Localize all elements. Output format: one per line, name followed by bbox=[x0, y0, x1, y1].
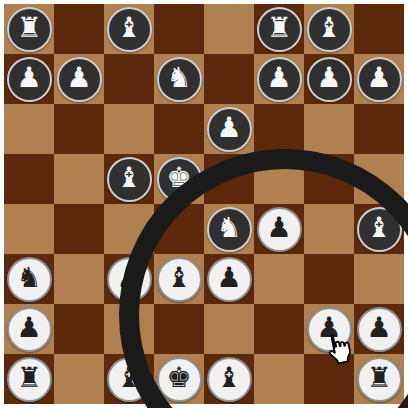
square-f8[interactable]: ♜ bbox=[254, 4, 304, 54]
piece-glyph: ♝ bbox=[116, 164, 141, 192]
piece-white-pawn-h2[interactable]: ♟ bbox=[357, 307, 402, 352]
piece-glyph: ♝ bbox=[166, 264, 191, 292]
piece-black-king-d5[interactable]: ♚ bbox=[157, 157, 202, 202]
piece-glyph: ♜ bbox=[16, 14, 41, 42]
piece-white-pawn-e3[interactable]: ♟ bbox=[207, 257, 252, 302]
piece-glyph: ♟ bbox=[366, 314, 391, 342]
square-d2[interactable] bbox=[154, 304, 204, 354]
square-e8[interactable] bbox=[204, 4, 254, 54]
piece-glyph: ♟ bbox=[16, 64, 41, 92]
piece-glyph: ♞ bbox=[16, 264, 41, 292]
square-f7[interactable]: ♟ bbox=[254, 54, 304, 104]
piece-black-pawn-g7[interactable]: ♟ bbox=[307, 57, 352, 102]
piece-black-rook-a8[interactable]: ♜ bbox=[7, 7, 52, 52]
square-e4[interactable]: ♞ bbox=[204, 204, 254, 254]
piece-white-king-d1[interactable]: ♚ bbox=[157, 357, 202, 402]
square-g3[interactable] bbox=[304, 254, 354, 304]
square-a5[interactable] bbox=[4, 154, 54, 204]
piece-glyph: ♟ bbox=[66, 64, 91, 92]
piece-glyph: ♜ bbox=[16, 364, 41, 392]
piece-glyph: ♞ bbox=[216, 214, 241, 242]
piece-glyph: ♚ bbox=[166, 164, 191, 192]
piece-black-knight-d7[interactable]: ♞ bbox=[157, 57, 202, 102]
square-c8[interactable]: ♝ bbox=[104, 4, 154, 54]
square-a6[interactable] bbox=[4, 104, 54, 154]
piece-glyph: ♞ bbox=[166, 64, 191, 92]
square-b8[interactable] bbox=[54, 4, 104, 54]
piece-black-bishop-c5[interactable]: ♝ bbox=[107, 157, 152, 202]
square-f3[interactable] bbox=[254, 254, 304, 304]
square-a1[interactable]: ♜ bbox=[4, 354, 54, 404]
square-d8[interactable] bbox=[154, 4, 204, 54]
square-b6[interactable] bbox=[54, 104, 104, 154]
square-f2[interactable] bbox=[254, 304, 304, 354]
square-e6[interactable]: ♟ bbox=[204, 104, 254, 154]
piece-black-pawn-b7[interactable]: ♟ bbox=[57, 57, 102, 102]
piece-black-rook-f8[interactable]: ♜ bbox=[257, 7, 302, 52]
square-g5[interactable] bbox=[304, 154, 354, 204]
square-c4[interactable] bbox=[104, 204, 154, 254]
piece-glyph: ♟ bbox=[266, 214, 291, 242]
hand-cursor-icon bbox=[320, 333, 353, 365]
square-f1[interactable] bbox=[254, 354, 304, 404]
square-h5[interactable] bbox=[354, 154, 404, 204]
square-f6[interactable] bbox=[254, 104, 304, 154]
square-d3[interactable]: ♝ bbox=[154, 254, 204, 304]
square-g7[interactable]: ♟ bbox=[304, 54, 354, 104]
square-a7[interactable]: ♟ bbox=[4, 54, 54, 104]
piece-white-rook-a1[interactable]: ♜ bbox=[7, 357, 52, 402]
piece-glyph: ♝ bbox=[116, 14, 141, 42]
piece-glyph: ♜ bbox=[266, 14, 291, 42]
piece-glyph: ♟ bbox=[216, 264, 241, 292]
square-g6[interactable] bbox=[304, 104, 354, 154]
square-g8[interactable]: ♝ bbox=[304, 4, 354, 54]
piece-glyph: ♟ bbox=[266, 64, 291, 92]
square-c5[interactable]: ♝ bbox=[104, 154, 154, 204]
piece-white-bishop-e1[interactable]: ♝ bbox=[207, 357, 252, 402]
square-e1[interactable]: ♝ bbox=[204, 354, 254, 404]
piece-black-bishop-c8[interactable]: ♝ bbox=[107, 7, 152, 52]
square-c3[interactable]: ♟ bbox=[104, 254, 154, 304]
square-h7[interactable]: ♟ bbox=[354, 54, 404, 104]
piece-white-rook-h1[interactable]: ♜ bbox=[357, 357, 402, 402]
square-h4[interactable]: ♝ bbox=[354, 204, 404, 254]
square-a2[interactable]: ♟ bbox=[4, 304, 54, 354]
piece-black-knight-e4[interactable]: ♞ bbox=[207, 207, 252, 252]
square-f5[interactable] bbox=[254, 154, 304, 204]
square-b4[interactable] bbox=[54, 204, 104, 254]
piece-glyph: ♝ bbox=[116, 364, 141, 392]
piece-glyph: ♝ bbox=[216, 364, 241, 392]
piece-glyph: ♟ bbox=[116, 264, 141, 292]
piece-glyph: ♝ bbox=[316, 14, 341, 42]
chess-app-window: ♜♝♜♝♟♟♞♟♟♟♟♝♚♞♟♝♞♟♝♟♟♟♟♜♝♚♝♜ bbox=[0, 0, 408, 408]
square-e2[interactable] bbox=[204, 304, 254, 354]
piece-black-bishop-g8[interactable]: ♝ bbox=[307, 7, 352, 52]
square-c7[interactable] bbox=[104, 54, 154, 104]
square-a3[interactable]: ♞ bbox=[4, 254, 54, 304]
piece-black-bishop-h4[interactable]: ♝ bbox=[357, 207, 402, 252]
square-d7[interactable]: ♞ bbox=[154, 54, 204, 104]
piece-black-pawn-a7[interactable]: ♟ bbox=[7, 57, 52, 102]
piece-white-bishop-c1[interactable]: ♝ bbox=[107, 357, 152, 402]
piece-white-knight-a3[interactable]: ♞ bbox=[7, 257, 52, 302]
square-e5[interactable] bbox=[204, 154, 254, 204]
square-b2[interactable] bbox=[54, 304, 104, 354]
square-d5[interactable]: ♚ bbox=[154, 154, 204, 204]
square-f4[interactable]: ♟ bbox=[254, 204, 304, 254]
square-h8[interactable] bbox=[354, 4, 404, 54]
piece-black-pawn-h7[interactable]: ♟ bbox=[357, 57, 402, 102]
square-d6[interactable] bbox=[154, 104, 204, 154]
square-a8[interactable]: ♜ bbox=[4, 4, 54, 54]
piece-glyph: ♟ bbox=[216, 114, 241, 142]
square-d4[interactable] bbox=[154, 204, 204, 254]
square-c1[interactable]: ♝ bbox=[104, 354, 154, 404]
square-c6[interactable] bbox=[104, 104, 154, 154]
piece-white-pawn-f4[interactable]: ♟ bbox=[257, 207, 302, 252]
square-h1[interactable]: ♜ bbox=[354, 354, 404, 404]
square-h3[interactable] bbox=[354, 254, 404, 304]
piece-glyph: ♟ bbox=[366, 64, 391, 92]
square-g4[interactable] bbox=[304, 204, 354, 254]
square-b5[interactable] bbox=[54, 154, 104, 204]
square-c2[interactable] bbox=[104, 304, 154, 354]
square-b3[interactable] bbox=[54, 254, 104, 304]
piece-black-pawn-e6[interactable]: ♟ bbox=[207, 107, 252, 152]
piece-glyph: ♟ bbox=[316, 64, 341, 92]
piece-glyph: ♝ bbox=[366, 214, 391, 242]
piece-glyph: ♜ bbox=[366, 364, 391, 392]
piece-white-pawn-c3[interactable]: ♟ bbox=[107, 257, 152, 302]
square-e7[interactable] bbox=[204, 54, 254, 104]
piece-glyph: ♚ bbox=[166, 364, 191, 392]
square-e3[interactable]: ♟ bbox=[204, 254, 254, 304]
piece-white-pawn-a2[interactable]: ♟ bbox=[7, 307, 52, 352]
square-b1[interactable] bbox=[54, 354, 104, 404]
square-h6[interactable] bbox=[354, 104, 404, 154]
square-d1[interactable]: ♚ bbox=[154, 354, 204, 404]
piece-white-bishop-d3[interactable]: ♝ bbox=[157, 257, 202, 302]
square-h2[interactable]: ♟ bbox=[354, 304, 404, 354]
piece-glyph: ♟ bbox=[16, 314, 41, 342]
square-a4[interactable] bbox=[4, 204, 54, 254]
piece-black-pawn-f7[interactable]: ♟ bbox=[257, 57, 302, 102]
square-b7[interactable]: ♟ bbox=[54, 54, 104, 104]
